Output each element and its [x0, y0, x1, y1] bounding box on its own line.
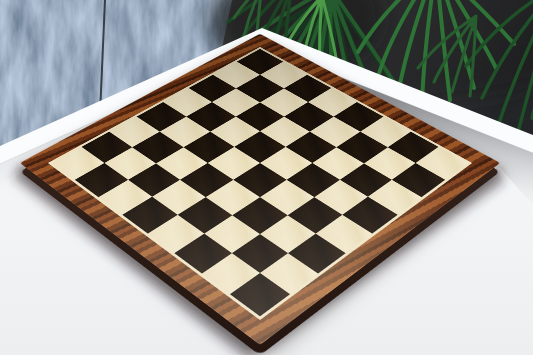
board-square[interactable]	[152, 180, 206, 215]
board-square[interactable]	[316, 215, 372, 253]
board-square[interactable]	[368, 180, 422, 215]
board-square[interactable]	[232, 197, 287, 234]
board-square[interactable]	[231, 234, 288, 274]
board-square[interactable]	[339, 163, 392, 197]
board-square[interactable]	[234, 163, 287, 197]
board-square[interactable]	[230, 273, 290, 316]
board-square[interactable]	[181, 163, 234, 197]
board-square[interactable]	[206, 180, 260, 215]
board-square[interactable]	[122, 197, 177, 234]
board-square[interactable]	[343, 197, 398, 234]
board-square[interactable]	[177, 197, 232, 234]
board-square[interactable]	[204, 215, 260, 253]
board-square[interactable]	[260, 180, 314, 215]
board-square[interactable]	[202, 253, 260, 294]
board-square[interactable]	[314, 180, 368, 215]
board-square[interactable]	[289, 234, 346, 274]
board-square[interactable]	[174, 234, 231, 274]
board-square[interactable]	[286, 163, 339, 197]
board-square[interactable]	[128, 163, 181, 197]
board-square[interactable]	[288, 197, 343, 234]
board-square[interactable]	[392, 163, 445, 197]
board-square[interactable]	[75, 163, 128, 197]
board-square[interactable]	[260, 253, 318, 294]
board-square[interactable]	[260, 215, 316, 253]
board-square[interactable]	[98, 180, 152, 215]
scene	[0, 0, 533, 355]
board-square[interactable]	[148, 215, 204, 253]
